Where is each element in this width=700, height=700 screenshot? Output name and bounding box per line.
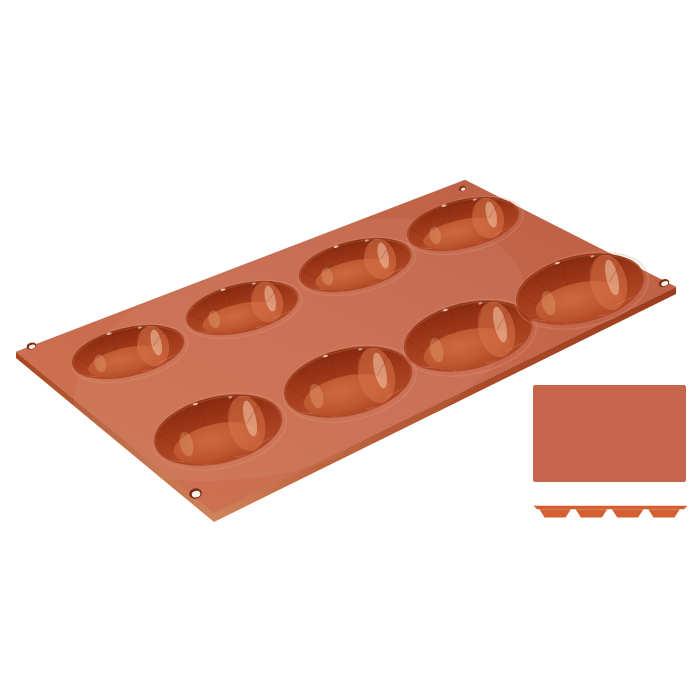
cross-section-cavity-profile [648, 509, 680, 517]
cross-section-cavity-profile [539, 509, 571, 517]
diagram-plate [533, 385, 686, 482]
cross-section-cavity-profile [612, 509, 644, 517]
cross-section-cavity-profile [576, 509, 608, 517]
cross-section-top-bar [534, 506, 688, 509]
product-photo [0, 0, 700, 700]
product-photo-stage [0, 0, 700, 700]
